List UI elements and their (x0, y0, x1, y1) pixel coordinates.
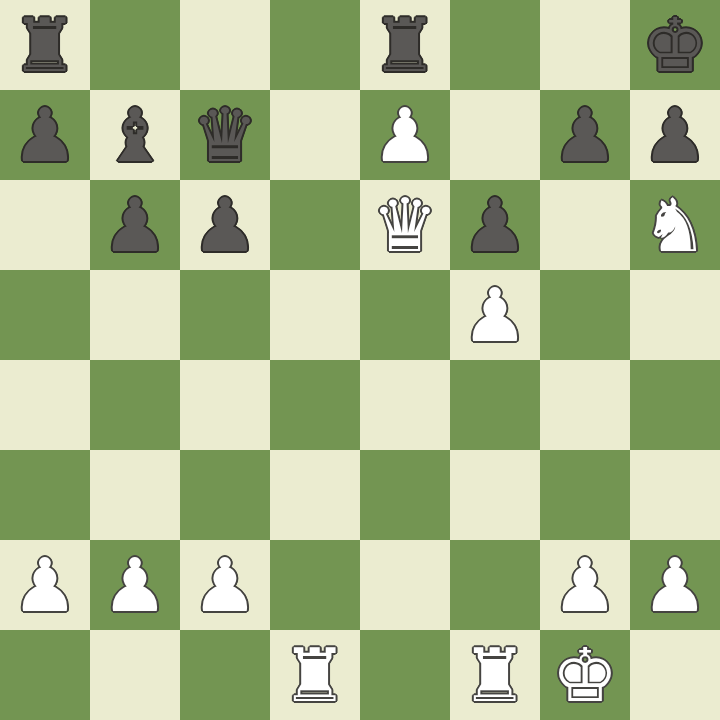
black-pawn-g7[interactable]: ♟ (552, 90, 618, 180)
square-e3[interactable] (360, 450, 450, 540)
square-a8[interactable]: ♜ (0, 0, 90, 90)
square-d7[interactable] (270, 90, 360, 180)
white-pawn-f5[interactable]: ♟ (462, 270, 528, 360)
square-a7[interactable]: ♟ (0, 90, 90, 180)
square-b6[interactable]: ♟ (90, 180, 180, 270)
white-pawn-c2[interactable]: ♟ (192, 540, 258, 630)
square-f3[interactable] (450, 450, 540, 540)
square-b8[interactable] (90, 0, 180, 90)
square-e6[interactable]: ♛ (360, 180, 450, 270)
square-e8[interactable]: ♜ (360, 0, 450, 90)
square-b2[interactable]: ♟ (90, 540, 180, 630)
square-f1[interactable]: ♜ (450, 630, 540, 720)
white-rook-d1[interactable]: ♜ (282, 630, 348, 720)
square-b5[interactable] (90, 270, 180, 360)
square-c5[interactable] (180, 270, 270, 360)
square-b3[interactable] (90, 450, 180, 540)
black-king-h8[interactable]: ♚ (642, 0, 708, 90)
black-pawn-h7[interactable]: ♟ (642, 90, 708, 180)
square-d4[interactable] (270, 360, 360, 450)
square-a5[interactable] (0, 270, 90, 360)
square-b4[interactable] (90, 360, 180, 450)
square-d6[interactable] (270, 180, 360, 270)
square-a1[interactable] (0, 630, 90, 720)
square-f6[interactable]: ♟ (450, 180, 540, 270)
black-pawn-f6[interactable]: ♟ (462, 180, 528, 270)
square-c3[interactable] (180, 450, 270, 540)
white-king-g1[interactable]: ♚ (552, 630, 618, 720)
square-d1[interactable]: ♜ (270, 630, 360, 720)
square-c8[interactable] (180, 0, 270, 90)
square-a2[interactable]: ♟ (0, 540, 90, 630)
white-knight-h6[interactable]: ♞ (642, 180, 708, 270)
white-pawn-a2[interactable]: ♟ (12, 540, 78, 630)
black-queen-c7[interactable]: ♛ (192, 90, 258, 180)
square-e1[interactable] (360, 630, 450, 720)
white-rook-f1[interactable]: ♜ (462, 630, 528, 720)
square-h5[interactable] (630, 270, 720, 360)
square-g1[interactable]: ♚ (540, 630, 630, 720)
black-pawn-b6[interactable]: ♟ (102, 180, 168, 270)
square-e7[interactable]: ♟ (360, 90, 450, 180)
square-c6[interactable]: ♟ (180, 180, 270, 270)
black-rook-a8[interactable]: ♜ (12, 0, 78, 90)
square-g4[interactable] (540, 360, 630, 450)
square-f2[interactable] (450, 540, 540, 630)
square-c7[interactable]: ♛ (180, 90, 270, 180)
square-h6[interactable]: ♞ (630, 180, 720, 270)
black-rook-e8[interactable]: ♜ (372, 0, 438, 90)
square-d2[interactable] (270, 540, 360, 630)
chess-board: ♜♜♚♟♝♛♟♟♟♟♟♛♟♞♟♟♟♟♟♟♜♜♚ (0, 0, 720, 720)
black-pawn-c6[interactable]: ♟ (192, 180, 258, 270)
square-h7[interactable]: ♟ (630, 90, 720, 180)
square-b7[interactable]: ♝ (90, 90, 180, 180)
square-f7[interactable] (450, 90, 540, 180)
white-pawn-g2[interactable]: ♟ (552, 540, 618, 630)
square-d8[interactable] (270, 0, 360, 90)
black-pawn-a7[interactable]: ♟ (12, 90, 78, 180)
white-pawn-h2[interactable]: ♟ (642, 540, 708, 630)
square-h4[interactable] (630, 360, 720, 450)
square-e4[interactable] (360, 360, 450, 450)
square-a6[interactable] (0, 180, 90, 270)
square-f8[interactable] (450, 0, 540, 90)
square-h1[interactable] (630, 630, 720, 720)
square-a4[interactable] (0, 360, 90, 450)
square-h3[interactable] (630, 450, 720, 540)
square-g2[interactable]: ♟ (540, 540, 630, 630)
square-g8[interactable] (540, 0, 630, 90)
black-bishop-b7[interactable]: ♝ (102, 90, 168, 180)
square-g7[interactable]: ♟ (540, 90, 630, 180)
white-queen-e6[interactable]: ♛ (372, 180, 438, 270)
square-c1[interactable] (180, 630, 270, 720)
square-d5[interactable] (270, 270, 360, 360)
white-pawn-e7[interactable]: ♟ (372, 90, 438, 180)
square-c4[interactable] (180, 360, 270, 450)
square-c2[interactable]: ♟ (180, 540, 270, 630)
square-e2[interactable] (360, 540, 450, 630)
square-h8[interactable]: ♚ (630, 0, 720, 90)
white-pawn-b2[interactable]: ♟ (102, 540, 168, 630)
square-d3[interactable] (270, 450, 360, 540)
square-e5[interactable] (360, 270, 450, 360)
square-b1[interactable] (90, 630, 180, 720)
square-h2[interactable]: ♟ (630, 540, 720, 630)
square-g6[interactable] (540, 180, 630, 270)
square-f5[interactable]: ♟ (450, 270, 540, 360)
square-g5[interactable] (540, 270, 630, 360)
square-f4[interactable] (450, 360, 540, 450)
square-g3[interactable] (540, 450, 630, 540)
square-a3[interactable] (0, 450, 90, 540)
